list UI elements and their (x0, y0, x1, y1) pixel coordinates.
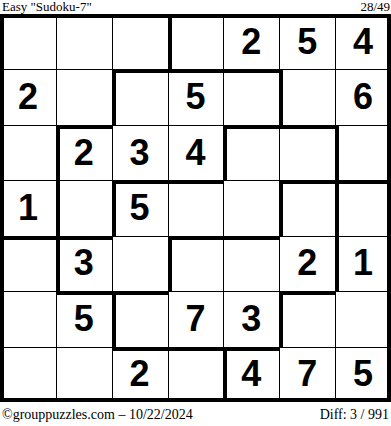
cell-r2c7[interactable]: 6 (335, 69, 391, 124)
cell-r1c6[interactable]: 5 (279, 14, 335, 69)
cell-r5c5[interactable] (223, 236, 279, 291)
puzzle-progress-counter: 28/49 (360, 0, 390, 14)
cell-r1c1[interactable] (0, 14, 56, 69)
cell-r7c2[interactable] (56, 347, 112, 402)
cell-r2c1[interactable]: 2 (0, 69, 56, 124)
cell-r6c3[interactable] (112, 291, 168, 346)
cell-r7c7[interactable]: 5 (335, 347, 391, 402)
cell-r6c5[interactable]: 3 (223, 291, 279, 346)
cell-r4c5[interactable] (223, 180, 279, 235)
cell-r2c2[interactable] (56, 69, 112, 124)
cell-r5c3[interactable] (112, 236, 168, 291)
cell-r3c7[interactable] (335, 125, 391, 180)
cell-r4c1[interactable]: 1 (0, 180, 56, 235)
cell-r3c3[interactable]: 3 (112, 125, 168, 180)
cell-r1c2[interactable] (56, 14, 112, 69)
cell-r7c6[interactable]: 7 (279, 347, 335, 402)
cell-r1c4[interactable] (168, 14, 224, 69)
cell-r7c1[interactable] (0, 347, 56, 402)
cell-r6c4[interactable]: 7 (168, 291, 224, 346)
copyright-date: ©grouppuzzles.com – 10/22/2024 (2, 406, 193, 424)
cell-r3c2[interactable]: 2 (56, 125, 112, 180)
cell-r5c4[interactable] (168, 236, 224, 291)
cell-r2c3[interactable] (112, 69, 168, 124)
cell-r4c3[interactable]: 5 (112, 180, 168, 235)
cell-r3c5[interactable] (223, 125, 279, 180)
cell-r7c5[interactable]: 4 (223, 347, 279, 402)
cell-r5c7[interactable]: 1 (335, 236, 391, 291)
cell-r2c6[interactable] (279, 69, 335, 124)
cell-r7c4[interactable] (168, 347, 224, 402)
cell-r1c5[interactable]: 2 (223, 14, 279, 69)
cell-r5c6[interactable]: 2 (279, 236, 335, 291)
cell-r6c6[interactable] (279, 291, 335, 346)
cell-r3c6[interactable] (279, 125, 335, 180)
cell-r6c7[interactable] (335, 291, 391, 346)
cell-r3c4[interactable]: 4 (168, 125, 224, 180)
sudoku-board: 254256234153215732475 (0, 14, 391, 402)
cell-r4c4[interactable] (168, 180, 224, 235)
difficulty-label: Diff: 3 / 991 (320, 406, 389, 424)
cell-r1c7[interactable]: 4 (335, 14, 391, 69)
cell-r5c1[interactable] (0, 236, 56, 291)
cell-r2c5[interactable] (223, 69, 279, 124)
cell-r4c6[interactable] (279, 180, 335, 235)
puzzle-title: Easy "Sudoku-7" (2, 0, 92, 14)
cell-r5c2[interactable]: 3 (56, 236, 112, 291)
cell-r1c3[interactable] (112, 14, 168, 69)
cell-r7c3[interactable]: 2 (112, 347, 168, 402)
cell-r6c2[interactable]: 5 (56, 291, 112, 346)
cell-r2c4[interactable]: 5 (168, 69, 224, 124)
cell-r6c1[interactable] (0, 291, 56, 346)
cell-r4c2[interactable] (56, 180, 112, 235)
cell-r4c7[interactable] (335, 180, 391, 235)
cell-r3c1[interactable] (0, 125, 56, 180)
